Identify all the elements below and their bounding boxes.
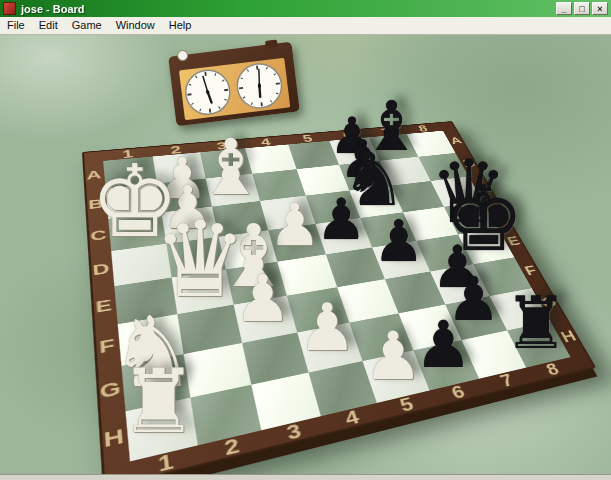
title-bar[interactable]: jose - Board _ □ × — [0, 0, 611, 17]
file-label-left-d: D — [90, 261, 112, 278]
rank-label-far-5: 5 — [298, 133, 316, 144]
rank-label-near-5: 5 — [394, 394, 420, 416]
menu-item-game[interactable]: Game — [65, 18, 109, 33]
rank-label-near-4: 4 — [339, 406, 365, 429]
white-clock-face — [182, 67, 233, 118]
rank-label-near-1: 1 — [152, 449, 179, 476]
piece-white-rook[interactable]: ♜ — [119, 358, 198, 447]
window-bottom-edge — [0, 474, 611, 480]
menu-item-help[interactable]: Help — [162, 18, 199, 33]
minimize-button[interactable]: _ — [556, 2, 572, 15]
menu-item-file[interactable]: File — [0, 18, 32, 33]
rank-label-near-3: 3 — [281, 420, 307, 444]
piece-white-pawn[interactable]: ♟ — [363, 323, 423, 390]
table-surface: AABBCCDDEEFFGGHH1122334455667788 ♛♚♜♝♟♟♟… — [0, 0, 611, 480]
menu-item-edit[interactable]: Edit — [32, 18, 65, 33]
piece-white-pawn[interactable]: ♟ — [234, 267, 292, 332]
piece-black-pawn[interactable]: ♟ — [373, 214, 425, 272]
black-clock-face — [234, 60, 285, 111]
piece-black-rook[interactable]: ♜ — [504, 286, 569, 358]
window-title: jose - Board — [21, 3, 556, 15]
piece-white-pawn[interactable]: ♟ — [298, 294, 357, 360]
menu-item-window[interactable]: Window — [109, 18, 162, 33]
piece-black-pawn[interactable]: ♟ — [316, 190, 367, 247]
clock-notch — [265, 39, 278, 47]
rank-label-near-6: 6 — [445, 382, 470, 403]
app-icon — [3, 2, 16, 15]
rank-label-near-2: 2 — [218, 434, 245, 459]
maximize-button[interactable]: □ — [574, 2, 590, 15]
chess-clock — [168, 42, 300, 127]
rank-label-near-7: 7 — [494, 370, 519, 390]
close-button[interactable]: × — [592, 2, 608, 15]
menu-bar: FileEditGameWindowHelp — [0, 17, 611, 35]
